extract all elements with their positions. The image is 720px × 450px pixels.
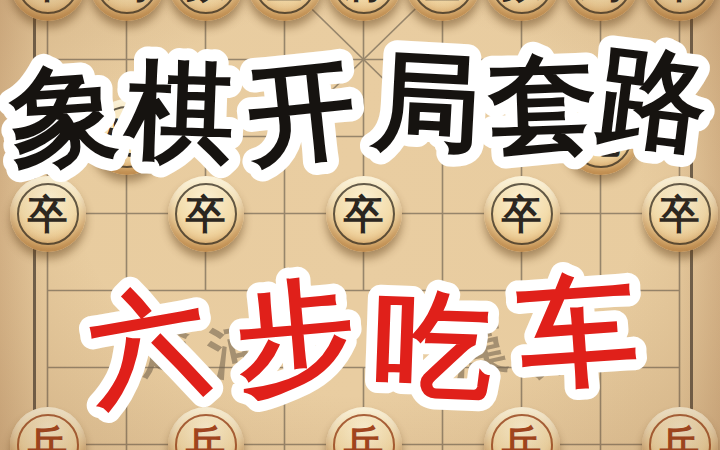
subtitle-char: 吃 [372,275,495,417]
subtitle-char: 六 [75,268,218,425]
subtitle-overlay: 六 步 吃 车 [75,259,642,425]
title-char: 局 [368,38,484,169]
title-char: 路 [591,30,714,167]
subtitle-char: 步 [230,262,360,410]
title-overlay: 象 棋 开 局 套 路 [5,30,714,182]
thumbnail-stage: 楚 河 漢 界 車馬象士將士象馬車炮炮卒卒卒卒卒兵兵兵兵兵 象 棋 开 局 套 … [0,0,720,450]
text-overlays: 象 棋 开 局 套 路 六 步 吃 车 [0,0,720,450]
title-char: 套 [486,41,599,170]
title-char: 象 [5,50,122,182]
subtitle-char: 车 [514,259,641,405]
title-char: 棋 [121,48,236,177]
title-char: 开 [239,44,361,180]
